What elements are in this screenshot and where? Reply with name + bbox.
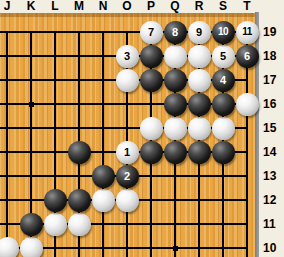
black-stone-P14[interactable] [140, 141, 163, 164]
column-label-N: N [99, 0, 108, 13]
white-stone-P19[interactable]: 7 [140, 21, 163, 44]
white-stone-R18[interactable] [188, 45, 211, 68]
move-number: 1 [124, 147, 130, 158]
column-label-Q: Q [170, 0, 179, 13]
black-stone-O13[interactable]: 2 [116, 165, 139, 188]
black-stone-R14[interactable] [188, 141, 211, 164]
grid-line-col-J [6, 32, 8, 257]
row-label-17: 17 [263, 73, 276, 87]
white-stone-O17[interactable] [116, 69, 139, 92]
white-stone-N12[interactable] [92, 189, 115, 212]
white-stone-S15[interactable] [212, 117, 235, 140]
column-label-T: T [243, 0, 250, 13]
white-stone-R19[interactable]: 9 [188, 21, 211, 44]
row-label-18: 18 [263, 49, 276, 63]
column-label-K: K [27, 0, 36, 13]
white-stone-K10[interactable] [20, 237, 43, 257]
black-stone-Q14[interactable] [164, 141, 187, 164]
row-label-13: 13 [263, 169, 276, 183]
black-stone-T18[interactable]: 6 [236, 45, 259, 68]
black-stone-P17[interactable] [140, 69, 163, 92]
row-label-10: 10 [263, 241, 276, 255]
white-stone-M11[interactable] [68, 213, 91, 236]
column-label-L: L [51, 0, 58, 13]
white-stone-S18[interactable]: 5 [212, 45, 235, 68]
column-label-P: P [147, 0, 155, 13]
white-stone-Q15[interactable] [164, 117, 187, 140]
move-number: 2 [124, 171, 130, 182]
row-label-15: 15 [263, 121, 276, 135]
row-label-19: 19 [263, 25, 276, 39]
white-stone-T16[interactable] [236, 93, 259, 116]
black-stone-P18[interactable] [140, 45, 163, 68]
black-stone-Q19[interactable]: 8 [164, 21, 187, 44]
white-stone-R17[interactable] [188, 69, 211, 92]
row-label-11: 11 [263, 217, 276, 231]
column-label-S: S [219, 0, 227, 13]
column-labels: JKLMNOPQRST [0, 0, 284, 13]
white-stone-L11[interactable] [44, 213, 67, 236]
board-top-edge [0, 13, 255, 17]
column-label-M: M [74, 0, 84, 13]
white-stone-R15[interactable] [188, 117, 211, 140]
black-stone-S14[interactable] [212, 141, 235, 164]
column-label-R: R [195, 0, 204, 13]
move-number: 9 [196, 27, 202, 38]
grid-line-row-16 [0, 103, 248, 105]
white-stone-P15[interactable] [140, 117, 163, 140]
black-stone-K11[interactable] [20, 213, 43, 236]
black-stone-S16[interactable] [212, 93, 235, 116]
row-label-16: 16 [263, 97, 276, 111]
black-stone-Q17[interactable] [164, 69, 187, 92]
row-label-14: 14 [263, 145, 276, 159]
move-number: 8 [172, 27, 178, 38]
black-stone-N13[interactable] [92, 165, 115, 188]
white-stone-T19[interactable]: 11 [236, 21, 259, 44]
row-label-12: 12 [263, 193, 276, 207]
column-label-J: J [4, 0, 11, 13]
move-number: 3 [124, 51, 130, 62]
black-stone-M14[interactable] [68, 141, 91, 164]
grid-line-row-15 [0, 127, 248, 129]
move-number: 11 [242, 27, 252, 37]
white-stone-O18[interactable]: 3 [116, 45, 139, 68]
black-stone-S19[interactable]: 10 [212, 21, 235, 44]
grid-line-row-19 [0, 31, 248, 33]
go-board-screenshot: JKLMNOPQRST 19181716151413121110 7911351… [0, 0, 284, 257]
black-stone-R16[interactable] [188, 93, 211, 116]
move-number: 6 [244, 51, 250, 62]
black-stone-Q16[interactable] [164, 93, 187, 116]
star-point-Q10 [173, 246, 178, 251]
grid-line-col-N [102, 32, 104, 257]
star-point-K16 [29, 102, 34, 107]
black-stone-M12[interactable] [68, 189, 91, 212]
column-label-O: O [122, 0, 131, 13]
white-stone-O12[interactable] [116, 189, 139, 212]
black-stone-L12[interactable] [44, 189, 67, 212]
white-stone-J10[interactable] [0, 237, 19, 257]
move-number: 5 [220, 51, 226, 62]
go-board[interactable]: 7911351810642 [0, 13, 255, 257]
move-number: 4 [220, 75, 226, 86]
move-number: 7 [148, 27, 154, 38]
white-stone-O14[interactable]: 1 [116, 141, 139, 164]
move-number: 10 [218, 27, 228, 37]
row-labels: 19181716151413121110 [259, 13, 284, 257]
black-stone-S17[interactable]: 4 [212, 69, 235, 92]
white-stone-Q18[interactable] [164, 45, 187, 68]
